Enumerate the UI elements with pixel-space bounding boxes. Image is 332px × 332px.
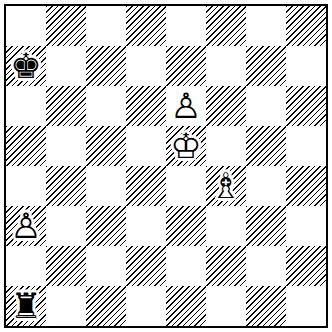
square-e5[interactable]: ♚♔ — [166, 126, 206, 166]
square-f3[interactable] — [206, 206, 246, 246]
square-c6[interactable] — [86, 86, 126, 126]
square-c4[interactable] — [86, 166, 126, 206]
square-c2[interactable] — [86, 246, 126, 286]
square-a6[interactable] — [6, 86, 46, 126]
square-b7[interactable] — [46, 46, 86, 86]
square-e3[interactable] — [166, 206, 206, 246]
square-f2[interactable] — [206, 246, 246, 286]
square-c7[interactable] — [86, 46, 126, 86]
square-c1[interactable] — [86, 286, 126, 326]
white-pawn-fill: ♟ — [10, 209, 41, 244]
white-pawn-a3[interactable]: ♟♙ — [6, 206, 46, 246]
square-e7[interactable] — [166, 46, 206, 86]
square-h3[interactable] — [286, 206, 326, 246]
square-d3[interactable] — [126, 206, 166, 246]
square-g6[interactable] — [246, 86, 286, 126]
square-b8[interactable] — [46, 6, 86, 46]
square-d1[interactable] — [126, 286, 166, 326]
square-g1[interactable] — [246, 286, 286, 326]
square-f6[interactable] — [206, 86, 246, 126]
square-g4[interactable] — [246, 166, 286, 206]
square-c8[interactable] — [86, 6, 126, 46]
square-a4[interactable] — [6, 166, 46, 206]
square-a2[interactable] — [6, 246, 46, 286]
square-g2[interactable] — [246, 246, 286, 286]
square-e4[interactable] — [166, 166, 206, 206]
white-pawn-e6[interactable]: ♟♙ — [166, 86, 206, 126]
square-d4[interactable] — [126, 166, 166, 206]
white-pawn-glyph: ♙ — [10, 209, 41, 244]
white-bishop-fill: ♝ — [210, 169, 241, 204]
square-a1[interactable]: ♜ — [6, 286, 46, 326]
square-b6[interactable] — [46, 86, 86, 126]
square-b4[interactable] — [46, 166, 86, 206]
square-c3[interactable] — [86, 206, 126, 246]
square-f7[interactable] — [206, 46, 246, 86]
square-h8[interactable] — [286, 6, 326, 46]
square-a7[interactable]: ♚ — [6, 46, 46, 86]
square-d8[interactable] — [126, 6, 166, 46]
square-g7[interactable] — [246, 46, 286, 86]
square-e6[interactable]: ♟♙ — [166, 86, 206, 126]
square-e8[interactable] — [166, 6, 206, 46]
square-h2[interactable] — [286, 246, 326, 286]
white-king-fill: ♚ — [170, 129, 201, 164]
square-b2[interactable] — [46, 246, 86, 286]
square-f5[interactable] — [206, 126, 246, 166]
board-frame: ♚♟♙♚♔♝♗♟♙♜ — [4, 4, 328, 328]
white-bishop-f4[interactable]: ♝♗ — [206, 166, 246, 206]
square-e1[interactable] — [166, 286, 206, 326]
black-king-a7[interactable]: ♚ — [6, 46, 46, 86]
square-h6[interactable] — [286, 86, 326, 126]
square-b5[interactable] — [46, 126, 86, 166]
square-d7[interactable] — [126, 46, 166, 86]
white-king-e5[interactable]: ♚♔ — [166, 126, 206, 166]
black-king-glyph: ♚ — [10, 49, 41, 84]
black-rook-a1[interactable]: ♜ — [6, 286, 46, 326]
square-h7[interactable] — [286, 46, 326, 86]
square-b1[interactable] — [46, 286, 86, 326]
square-h4[interactable] — [286, 166, 326, 206]
chess-board: ♚♟♙♚♔♝♗♟♙♜ — [6, 6, 326, 326]
square-h1[interactable] — [286, 286, 326, 326]
white-pawn-fill: ♟ — [170, 89, 201, 124]
square-d5[interactable] — [126, 126, 166, 166]
square-f4[interactable]: ♝♗ — [206, 166, 246, 206]
square-h5[interactable] — [286, 126, 326, 166]
square-a3[interactable]: ♟♙ — [6, 206, 46, 246]
square-f1[interactable] — [206, 286, 246, 326]
square-g5[interactable] — [246, 126, 286, 166]
square-a5[interactable] — [6, 126, 46, 166]
square-f8[interactable] — [206, 6, 246, 46]
square-c5[interactable] — [86, 126, 126, 166]
square-a8[interactable] — [6, 6, 46, 46]
square-e2[interactable] — [166, 246, 206, 286]
white-pawn-glyph: ♙ — [170, 89, 201, 124]
square-b3[interactable] — [46, 206, 86, 246]
black-rook-glyph: ♜ — [10, 289, 41, 324]
square-g8[interactable] — [246, 6, 286, 46]
square-d6[interactable] — [126, 86, 166, 126]
square-d2[interactable] — [126, 246, 166, 286]
white-bishop-glyph: ♗ — [210, 169, 241, 204]
white-king-glyph: ♔ — [170, 129, 201, 164]
square-g3[interactable] — [246, 206, 286, 246]
